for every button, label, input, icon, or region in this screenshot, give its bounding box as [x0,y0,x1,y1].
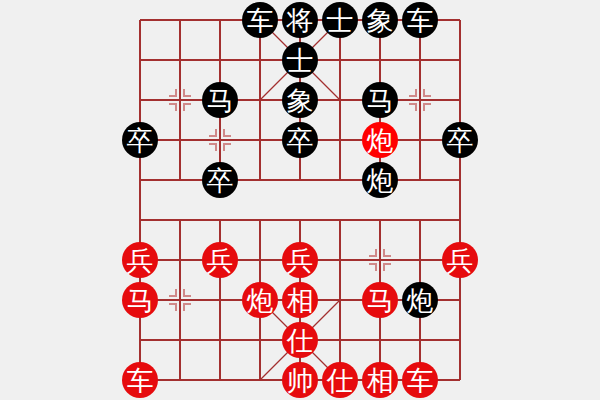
piece-red-soldier[interactable]: 兵 [202,242,238,278]
piece-black-advisor[interactable]: 士 [282,42,318,78]
piece-red-advisor[interactable]: 仕 [322,362,358,398]
piece-black-advisor[interactable]: 士 [322,2,358,38]
piece-red-cannon[interactable]: 炮 [242,282,278,318]
piece-black-chariot[interactable]: 车 [242,2,278,38]
piece-black-soldier[interactable]: 卒 [442,122,478,158]
piece-red-horse[interactable]: 马 [362,282,398,318]
piece-black-soldier[interactable]: 卒 [202,162,238,198]
piece-red-soldier[interactable]: 兵 [442,242,478,278]
piece-red-elephant[interactable]: 相 [282,282,318,318]
piece-black-soldier[interactable]: 卒 [282,122,318,158]
piece-black-cannon[interactable]: 炮 [362,162,398,198]
piece-red-horse[interactable]: 马 [122,282,158,318]
piece-red-cannon[interactable]: 炮 [362,122,398,158]
piece-red-soldier[interactable]: 兵 [122,242,158,278]
piece-red-chariot[interactable]: 车 [402,362,438,398]
piece-black-elephant[interactable]: 象 [362,2,398,38]
piece-black-general[interactable]: 将 [282,2,318,38]
xiangqi-app: 车将士象车士马象马卒卒炮卒卒炮兵兵兵兵马炮相马炮仕车帅仕相车 [0,0,600,400]
piece-red-general[interactable]: 帅 [282,362,318,398]
piece-red-soldier[interactable]: 兵 [282,242,318,278]
piece-red-chariot[interactable]: 车 [122,362,158,398]
piece-black-cannon[interactable]: 炮 [402,282,438,318]
piece-red-elephant[interactable]: 相 [362,362,398,398]
piece-black-horse[interactable]: 马 [202,82,238,118]
piece-black-soldier[interactable]: 卒 [122,122,158,158]
piece-black-horse[interactable]: 马 [362,82,398,118]
piece-red-advisor[interactable]: 仕 [282,322,318,358]
piece-black-elephant[interactable]: 象 [282,82,318,118]
piece-black-chariot[interactable]: 车 [402,2,438,38]
